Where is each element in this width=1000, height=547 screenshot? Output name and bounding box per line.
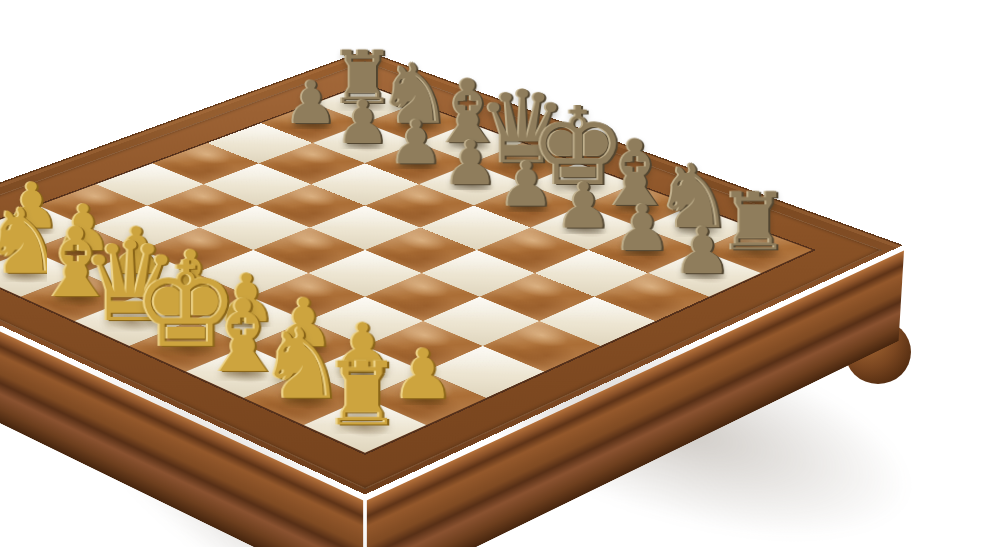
- photo-backdrop: ♜♞♝♛♚♝♞♜♟♟♟♟♟♟♟♟♟♟♟♟♟♟♟♟♜♞♝♛♚♝♞♜: [0, 0, 1000, 547]
- perspective-stage: ♜♞♝♛♚♝♞♜♟♟♟♟♟♟♟♟♟♟♟♟♟♟♟♟♜♞♝♛♚♝♞♜: [0, 0, 1000, 547]
- black-pawn-h7: ♟: [673, 218, 731, 283]
- black-pawn-d7: ♟: [442, 132, 497, 194]
- chessboard-case: ♜♞♝♛♚♝♞♜♟♟♟♟♟♟♟♟♟♟♟♟♟♟♟♟♜♞♝♛♚♝♞♜: [0, 50, 917, 507]
- chess-set-product-photo: { "game": "chess", "scene": { "type": "p…: [0, 0, 1000, 547]
- square-h1: ♜: [304, 398, 427, 453]
- white-rook-h1: ♜: [323, 351, 402, 439]
- black-pawn-a7: ♟: [284, 73, 337, 132]
- black-pawn-c7: ♟: [388, 112, 443, 173]
- black-pawn-b7: ♟: [335, 92, 389, 152]
- black-pawn-g7: ♟: [613, 196, 670, 260]
- black-pawn-e7: ♟: [498, 153, 554, 215]
- black-pawn-f7: ♟: [555, 174, 612, 237]
